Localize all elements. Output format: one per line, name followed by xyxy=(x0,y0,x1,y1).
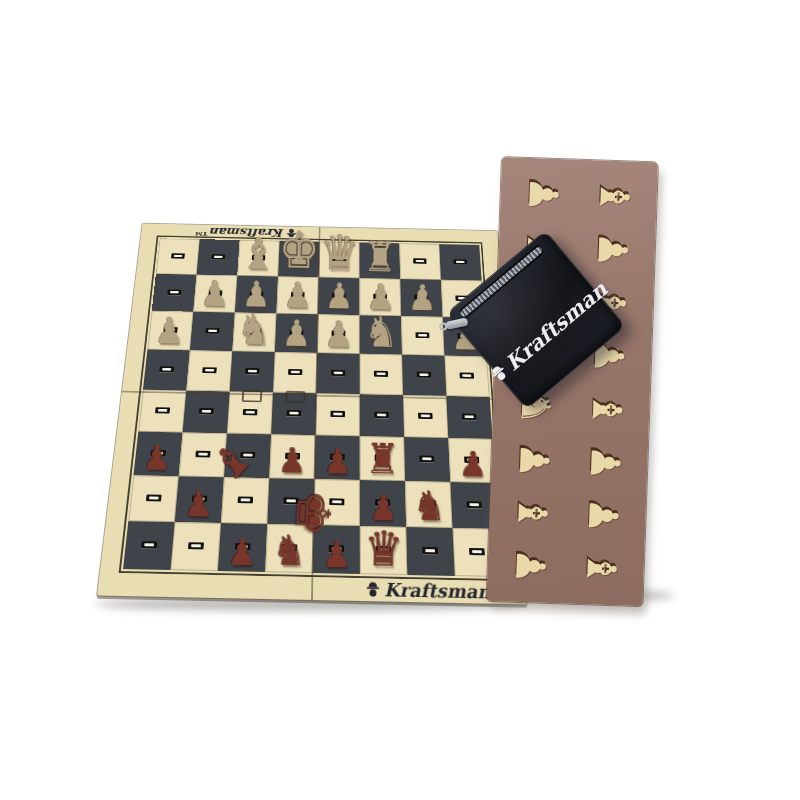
tray-cutout-bishop: ♝ xyxy=(579,170,650,224)
piece-slot xyxy=(288,369,302,375)
square-a2[interactable] xyxy=(128,475,178,522)
square-b6[interactable] xyxy=(190,312,235,351)
square-h3[interactable]: ♟ xyxy=(448,438,495,483)
piece-slot xyxy=(205,328,219,334)
cutout-silhouette: ♟ xyxy=(592,231,633,268)
chess-board: Kraftsman TM ♝♚♛♜♟♟♟♟♟♟♟♞♟♟♞♟♟♝♟♟♜♟♟♚♟♞♟… xyxy=(97,224,527,605)
piece-slot xyxy=(171,253,185,258)
square-d1[interactable]: ♞ xyxy=(265,524,313,573)
square-b7[interactable]: ♟ xyxy=(193,275,237,313)
kraftsman-man-icon xyxy=(366,580,380,598)
piece-black-pawn[interactable]: ♟ xyxy=(175,486,222,523)
square-g2[interactable]: ♞ xyxy=(405,481,452,528)
cutout-silhouette: ♝ xyxy=(581,550,622,587)
piece-black-pawn[interactable]: ♟ xyxy=(269,443,315,479)
cutout-silhouette: ♟ xyxy=(582,497,623,534)
piece-slot xyxy=(417,372,431,378)
piece-white-bishop[interactable]: ♝ xyxy=(237,231,279,276)
piece-slot xyxy=(167,289,181,295)
square-a7[interactable] xyxy=(152,274,197,312)
square-d2[interactable]: ♚ xyxy=(267,478,314,525)
piece-white-pawn[interactable]: ♟ xyxy=(193,276,235,312)
cutout-silhouette: ♝ xyxy=(594,178,635,215)
piece-white-rook[interactable]: ♜ xyxy=(359,236,400,278)
piece-slot xyxy=(238,496,254,503)
tray-cutout-pawn: ♟ xyxy=(570,436,641,490)
cutout-silhouette: ♟ xyxy=(510,548,551,585)
piece-slot xyxy=(374,371,388,377)
square-c5[interactable] xyxy=(230,351,275,392)
piece-slot xyxy=(146,494,162,501)
piece-slot xyxy=(462,414,477,420)
square-e4[interactable] xyxy=(315,393,359,436)
piece-black-rook[interactable]: ♜ xyxy=(360,437,406,480)
product-photo: Kraftsman TM ♝♚♛♜♟♟♟♟♟♟♟♞♟♟♞♟♟♝♟♟♜♟♟♚♟♞♟… xyxy=(0,0,800,800)
square-a1[interactable] xyxy=(123,521,175,570)
square-f4[interactable] xyxy=(360,394,404,437)
piece-slot xyxy=(418,413,433,419)
piece-slot xyxy=(199,408,214,414)
trademark-symbol: TM xyxy=(194,230,207,237)
square-h5[interactable] xyxy=(444,356,489,397)
tray-cutout-bishop: ♝ xyxy=(566,542,637,596)
tray-cutout-pawn: ♟ xyxy=(568,489,639,543)
piece-slot xyxy=(245,368,260,374)
piece-slot xyxy=(453,259,467,264)
square-d8[interactable]: ♚ xyxy=(278,241,319,277)
cutout-silhouette: ♟ xyxy=(523,175,564,212)
square-h4[interactable] xyxy=(446,396,492,439)
square-a4[interactable] xyxy=(138,390,186,433)
tray-cutout-pawn: ♟ xyxy=(495,540,566,594)
tray-cutout-pawn: ♟ xyxy=(577,223,648,277)
piece-black-knight[interactable]: ♞ xyxy=(265,529,313,572)
square-e6[interactable]: ♟ xyxy=(317,314,359,353)
piece-slot xyxy=(413,258,427,263)
cutout-silhouette: ♝ xyxy=(511,495,552,532)
square-b8[interactable] xyxy=(197,239,240,275)
square-f8[interactable]: ♜ xyxy=(359,243,400,279)
square-e7[interactable]: ♟ xyxy=(318,277,360,315)
piece-slot xyxy=(287,410,302,416)
square-d3[interactable]: ♟ xyxy=(269,434,315,479)
piece-white-pawn[interactable]: ♟ xyxy=(317,316,360,353)
square-d5[interactable] xyxy=(273,352,317,393)
square-f1[interactable]: ♛ xyxy=(360,526,407,575)
piece-slot xyxy=(419,455,434,462)
square-e5[interactable] xyxy=(316,353,359,394)
piece-black-pawn[interactable]: ♟ xyxy=(134,440,180,476)
square-d7[interactable]: ♟ xyxy=(276,276,318,314)
board-surface: Kraftsman TM ♝♚♛♜♟♟♟♟♟♟♟♞♟♟♞♟♟♝♟♟♜♟♟♚♟♞♟… xyxy=(97,224,527,605)
piece-white-pawn[interactable]: ♟ xyxy=(148,312,191,349)
piece-white-pawn[interactable]: ♟ xyxy=(275,315,318,352)
piece-white-pawn[interactable]: ♟ xyxy=(276,277,318,313)
piece-black-queen[interactable]: ♛ xyxy=(360,524,408,574)
board-grid: ♝♚♛♜♟♟♟♟♟♟♟♞♟♟♞♟♟♝♟♟♜♟♟♚♟♞♟♞♟♛ xyxy=(123,238,502,577)
square-b5[interactable] xyxy=(186,350,232,391)
square-d6[interactable]: ♟ xyxy=(275,313,318,352)
square-g3[interactable] xyxy=(404,437,450,482)
square-g1[interactable] xyxy=(406,527,455,576)
tray-cutout-pawn: ♟ xyxy=(499,433,570,487)
piece-black-pawn[interactable]: ♟ xyxy=(315,443,361,479)
square-g7[interactable]: ♟ xyxy=(400,279,442,317)
piece-slot xyxy=(415,332,429,338)
square-a3[interactable]: ♟ xyxy=(133,432,182,477)
square-c2[interactable] xyxy=(221,477,269,524)
square-b2[interactable]: ♟ xyxy=(175,476,224,523)
square-f6[interactable]: ♞ xyxy=(360,315,402,355)
square-g4[interactable] xyxy=(403,395,448,438)
piece-white-pawn[interactable]: ♟ xyxy=(401,280,443,316)
tray-cutout-bishop: ♝ xyxy=(571,383,642,437)
piece-slot xyxy=(155,407,170,413)
piece-slot xyxy=(188,542,204,549)
piece-slot xyxy=(466,501,482,508)
cutout-silhouette: ♟ xyxy=(584,444,625,481)
square-g5[interactable] xyxy=(402,355,446,396)
piece-slot xyxy=(211,254,225,259)
piece-slot xyxy=(330,411,345,417)
piece-black-pawn[interactable]: ♟ xyxy=(313,536,361,574)
piece-black-knight[interactable]: ♞ xyxy=(406,485,453,527)
piece-black-pawn[interactable]: ♟ xyxy=(450,446,496,482)
square-f5[interactable] xyxy=(360,354,403,395)
piece-slot xyxy=(374,412,389,418)
square-f3[interactable]: ♜ xyxy=(360,436,405,481)
square-c6[interactable]: ♞ xyxy=(232,313,276,352)
square-a8[interactable] xyxy=(156,238,200,274)
piece-black-pawn[interactable]: ♟ xyxy=(218,534,266,572)
piece-white-knight[interactable]: ♞ xyxy=(232,308,275,351)
square-g8[interactable] xyxy=(399,243,441,279)
piece-slot xyxy=(243,409,258,415)
square-c3[interactable]: ♝ xyxy=(224,433,271,478)
tray-cutout-pawn: ♟ xyxy=(508,167,579,221)
square-g6[interactable] xyxy=(401,316,444,356)
square-a6[interactable]: ♟ xyxy=(147,311,193,350)
piece-white-queen[interactable]: ♛ xyxy=(319,228,361,278)
piece-slot xyxy=(469,548,485,555)
piece-slot xyxy=(202,367,217,373)
piece-white-pawn[interactable]: ♟ xyxy=(318,278,360,314)
square-a5[interactable] xyxy=(143,349,190,390)
cutout-silhouette: ♝ xyxy=(586,391,627,428)
piece-slot xyxy=(141,541,157,548)
piece-white-king[interactable]: ♚ xyxy=(278,225,320,276)
square-b4[interactable] xyxy=(183,390,230,433)
piece-slot xyxy=(460,373,475,379)
square-h8[interactable] xyxy=(439,244,481,281)
piece-slot xyxy=(422,547,438,554)
tray-cutout-bishop: ♝ xyxy=(497,487,568,541)
piece-slot xyxy=(331,370,345,376)
square-c8[interactable]: ♝ xyxy=(237,240,279,276)
square-c1[interactable]: ♟ xyxy=(218,523,267,572)
square-e3[interactable]: ♟ xyxy=(315,435,360,480)
cutout-silhouette: ♟ xyxy=(513,442,554,479)
brand-name: Kraftsman xyxy=(384,578,491,602)
piece-white-knight[interactable]: ♞ xyxy=(360,311,403,354)
square-e8[interactable]: ♛ xyxy=(319,242,360,278)
square-b1[interactable] xyxy=(170,522,221,571)
piece-slot xyxy=(159,366,174,372)
